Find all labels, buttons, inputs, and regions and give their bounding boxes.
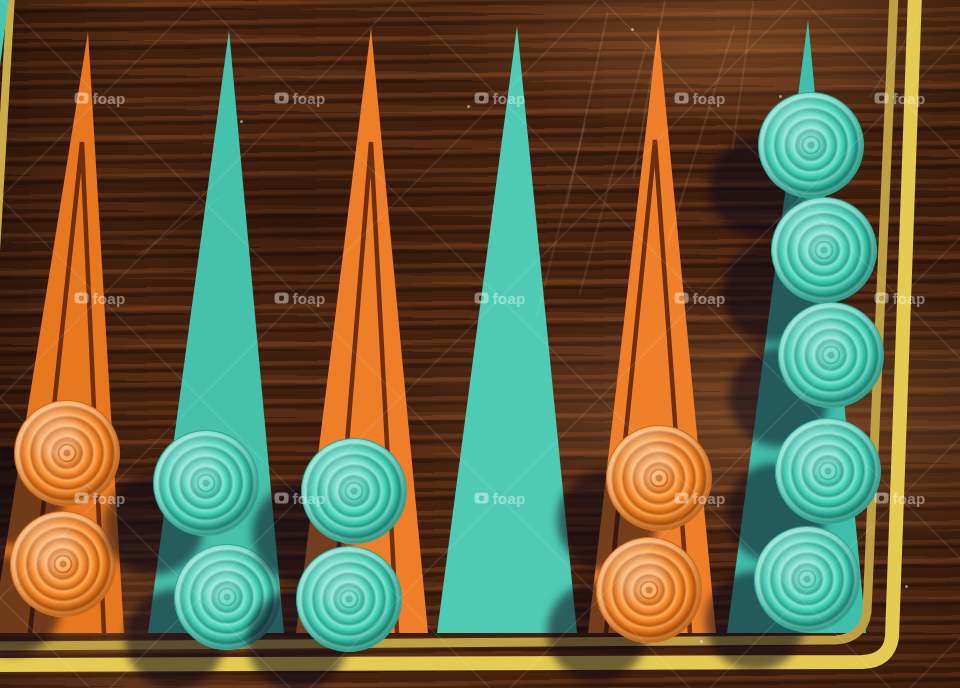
dust-speck [240,120,243,123]
backgammon-board: foapfoapfoapfoapfoapfoapfoapfoapfoapfoap… [0,0,960,688]
checker-orange[interactable] [10,511,116,617]
dust-speck [700,640,703,643]
checker-teal[interactable] [153,430,259,536]
point-4-teal[interactable] [437,26,577,633]
checker-teal[interactable] [771,197,877,303]
checker-teal[interactable] [778,302,884,408]
checker-orange[interactable] [596,537,702,643]
checker-teal[interactable] [174,544,280,650]
dust-speck [779,95,782,98]
dust-speck [467,105,470,108]
dust-speck [905,585,908,588]
checker-orange[interactable] [606,425,712,531]
point-2-teal[interactable] [148,30,284,633]
checker-teal[interactable] [758,92,864,198]
checker-teal[interactable] [296,546,402,652]
checker-teal[interactable] [301,438,407,544]
dust-speck [631,28,634,31]
checker-teal[interactable] [775,418,881,524]
checker-orange[interactable] [14,400,120,506]
checker-teal[interactable] [754,526,860,632]
